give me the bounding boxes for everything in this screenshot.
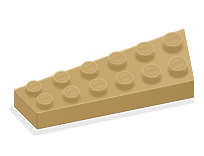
stud-r2c5: LEGO [141,64,162,85]
stud-r2c2: LEGO [62,86,81,104]
stud-r1c5: LEGO [134,42,155,63]
stud-r2c1: LEGO [36,93,54,110]
stud-r2c4: LEGO [115,71,136,91]
photo-canvas: LEGO Plate 2x6 in dark tan, viewed at an… [0,0,204,156]
stud-r1c6: LEGO [162,32,184,54]
stud-r2c3: LEGO [88,79,108,98]
lego-plate-photo: LEGO Plate 2x6 in dark tan, viewed at an… [0,0,204,156]
stud-r1c3: LEGO [80,61,100,80]
stud-r2c6: LEGO [167,57,189,79]
stud-r1c4: LEGO [107,52,128,72]
